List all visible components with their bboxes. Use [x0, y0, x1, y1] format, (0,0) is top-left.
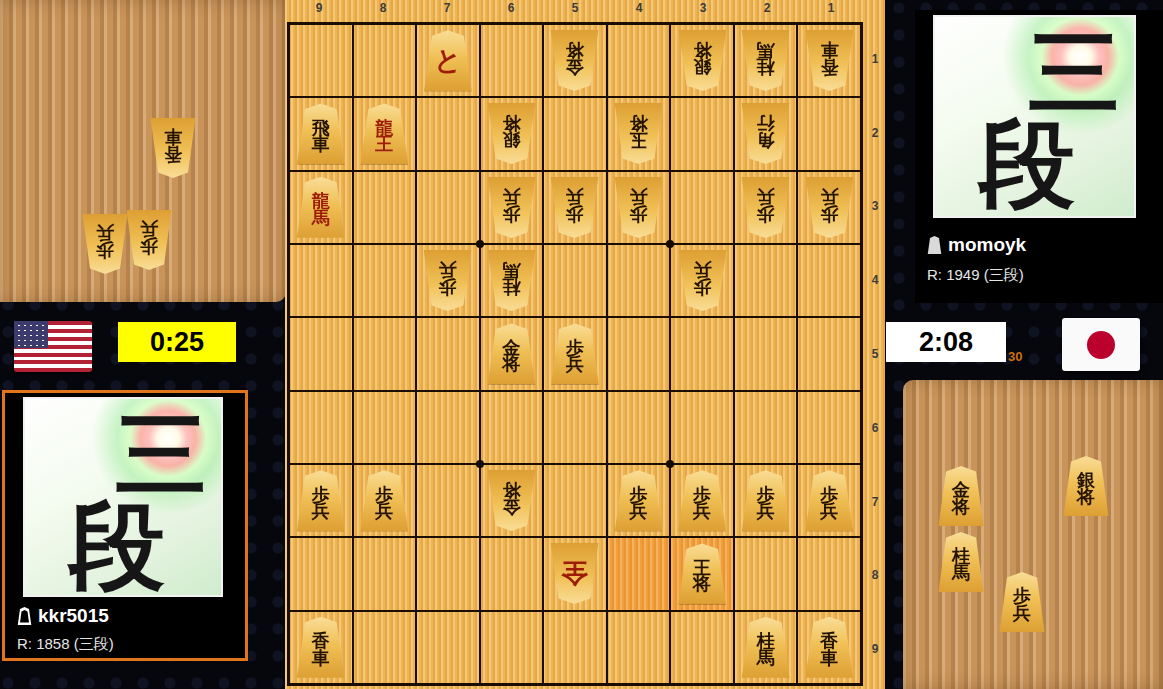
- shogi-piece-歩兵-sente[interactable]: 歩兵: [803, 470, 856, 531]
- piece-kanji: 歩兵: [757, 188, 775, 226]
- piece-kanji: 歩兵: [312, 482, 330, 520]
- flag-us-icon: [14, 321, 92, 372]
- file-label-7: 7: [415, 1, 479, 20]
- shogi-piece-歩兵-gote[interactable]: 歩兵: [124, 210, 174, 270]
- shogi-piece-銀将-gote[interactable]: 銀将: [485, 103, 538, 164]
- board-square-15[interactable]: [797, 317, 861, 390]
- byoyomi-seconds: 30: [1008, 349, 1022, 364]
- board-square-45[interactable]: [607, 317, 671, 390]
- shogi-piece-と-sente[interactable]: と: [421, 30, 474, 91]
- file-labels: 987654321: [287, 1, 863, 20]
- board-square-61[interactable]: [480, 24, 544, 97]
- rank-label-9: 9: [866, 612, 884, 686]
- shogi-board: 987654321 123456789 と金将銀将桂馬香車飛車龍王銀将玉将角行龍…: [285, 0, 885, 689]
- shogi-piece-桂馬-gote[interactable]: 桂馬: [485, 250, 538, 311]
- piece-kanji: 桂馬: [502, 262, 520, 300]
- board-square-18[interactable]: [797, 537, 861, 610]
- board-square-44[interactable]: [607, 244, 671, 317]
- board-square-98[interactable]: [289, 537, 353, 610]
- file-label-6: 6: [479, 1, 543, 20]
- piece-kanji: 歩兵: [693, 262, 711, 300]
- piece-kanji: 銀将: [693, 42, 711, 80]
- piece-kanji: 全: [561, 561, 588, 588]
- shogi-piece-icon: [17, 607, 32, 625]
- board-square-59[interactable]: [543, 611, 607, 684]
- piece-kanji: 歩兵: [140, 221, 158, 259]
- shogi-piece-金将-gote[interactable]: 金将: [485, 470, 538, 531]
- shogi-piece-王将-sente[interactable]: 王将: [676, 543, 729, 604]
- shogi-piece-歩兵-gote[interactable]: 歩兵: [421, 250, 474, 311]
- piece-kanji: 歩兵: [630, 482, 648, 520]
- board-square-16[interactable]: [797, 391, 861, 464]
- board-square-29[interactable]: 桂馬: [734, 611, 798, 684]
- board-square-51[interactable]: 金将: [543, 24, 607, 97]
- avatar-rank-kanji: 段: [979, 101, 1075, 231]
- board-square-52[interactable]: [543, 97, 607, 170]
- shogi-piece-桂馬-gote[interactable]: 桂馬: [739, 30, 792, 91]
- piece-kanji: 角行: [757, 115, 775, 153]
- piece-kanji: 銀将: [502, 115, 520, 153]
- file-label-4: 4: [607, 1, 671, 20]
- file-label-5: 5: [543, 1, 607, 20]
- shogi-piece-歩兵-gote[interactable]: 歩兵: [676, 250, 729, 311]
- shogi-piece-icon: [927, 236, 942, 254]
- piece-kanji: 桂馬: [952, 543, 970, 581]
- file-label-3: 3: [671, 1, 735, 20]
- board-square-82[interactable]: 龍王: [353, 97, 417, 170]
- shogi-piece-桂馬-sente[interactable]: 桂馬: [739, 617, 792, 678]
- board-square-48[interactable]: [607, 537, 671, 610]
- board-square-63[interactable]: 歩兵: [480, 171, 544, 244]
- rank-label-1: 1: [866, 22, 884, 96]
- shogi-piece-桂馬-sente[interactable]: 桂馬: [936, 532, 986, 592]
- board-square-33[interactable]: [670, 171, 734, 244]
- board-square-74[interactable]: 歩兵: [416, 244, 480, 317]
- board-grid: と金将銀将桂馬香車飛車龍王銀将玉将角行龍馬歩兵歩兵歩兵歩兵歩兵歩兵桂馬歩兵金将歩…: [287, 22, 863, 686]
- shogi-piece-香車-sente[interactable]: 香車: [803, 617, 856, 678]
- player-panel-sente: 三 段 kkr5015 R: 1858 (三段): [2, 390, 248, 661]
- shogi-piece-角行-gote[interactable]: 角行: [739, 103, 792, 164]
- shogi-piece-歩兵-sente[interactable]: 歩兵: [358, 470, 411, 531]
- shogi-piece-歩兵-gote[interactable]: 歩兵: [80, 214, 130, 274]
- piece-kanji: 歩兵: [1013, 583, 1031, 621]
- piece-kanji: 歩兵: [502, 188, 520, 226]
- piece-kanji: 龍王: [375, 115, 393, 153]
- shogi-piece-香車-gote[interactable]: 香車: [148, 118, 198, 178]
- board-square-41[interactable]: [607, 24, 671, 97]
- file-label-9: 9: [287, 1, 351, 20]
- board-square-42[interactable]: 玉将: [607, 97, 671, 170]
- piece-kanji: 銀将: [1077, 467, 1095, 505]
- board-square-53[interactable]: 歩兵: [543, 171, 607, 244]
- shogi-piece-香車-gote[interactable]: 香車: [803, 30, 856, 91]
- board-square-57[interactable]: [543, 464, 607, 537]
- avatar-rank-kanji: 段: [69, 483, 165, 613]
- board-square-37[interactable]: 歩兵: [670, 464, 734, 537]
- board-square-39[interactable]: [670, 611, 734, 684]
- shogi-piece-歩兵-sente[interactable]: 歩兵: [676, 470, 729, 531]
- piece-kanji: 玉将: [630, 115, 648, 153]
- board-square-36[interactable]: [670, 391, 734, 464]
- file-label-1: 1: [799, 1, 863, 20]
- board-square-13[interactable]: 歩兵: [797, 171, 861, 244]
- board-square-81[interactable]: [353, 24, 417, 97]
- board-square-25[interactable]: [734, 317, 798, 390]
- shogi-piece-歩兵-gote[interactable]: 歩兵: [803, 177, 856, 238]
- board-square-12[interactable]: [797, 97, 861, 170]
- piece-kanji: 香車: [820, 42, 838, 80]
- board-square-72[interactable]: [416, 97, 480, 170]
- board-square-11[interactable]: 香車: [797, 24, 861, 97]
- shogi-piece-歩兵-sente[interactable]: 歩兵: [997, 572, 1047, 632]
- board-square-97[interactable]: 歩兵: [289, 464, 353, 537]
- board-square-75[interactable]: [416, 317, 480, 390]
- shogi-piece-全-gote[interactable]: 全: [548, 543, 601, 604]
- shogi-piece-金将-sente[interactable]: 金将: [485, 323, 538, 384]
- avatar-sente: 三 段: [23, 397, 223, 597]
- player-name-sente: kkr5015: [38, 605, 109, 627]
- board-square-27[interactable]: 歩兵: [734, 464, 798, 537]
- board-square-93[interactable]: 龍馬: [289, 171, 353, 244]
- board-square-24[interactable]: [734, 244, 798, 317]
- piece-kanji: と: [434, 47, 462, 74]
- shogi-piece-歩兵-sente[interactable]: 歩兵: [739, 470, 792, 531]
- piece-kanji: 歩兵: [693, 482, 711, 520]
- board-square-86[interactable]: [353, 391, 417, 464]
- board-square-58[interactable]: 全: [543, 537, 607, 610]
- shogi-piece-龍馬-sente[interactable]: 龍馬: [294, 177, 347, 238]
- board-square-21[interactable]: 桂馬: [734, 24, 798, 97]
- player-panel-gote: 三 段 momoyk R: 1949 (三段): [915, 10, 1163, 303]
- shogi-piece-歩兵-gote[interactable]: 歩兵: [612, 177, 665, 238]
- board-square-56[interactable]: [543, 391, 607, 464]
- board-square-94[interactable]: [289, 244, 353, 317]
- board-square-96[interactable]: [289, 391, 353, 464]
- board-square-46[interactable]: [607, 391, 671, 464]
- board-square-71[interactable]: と: [416, 24, 480, 97]
- clock-gote: 2:08: [886, 322, 1006, 362]
- player-rating-gote: R: 1949 (三段): [927, 266, 1024, 285]
- piece-kanji: 歩兵: [820, 188, 838, 226]
- rank-label-7: 7: [866, 465, 884, 539]
- board-square-22[interactable]: 角行: [734, 97, 798, 170]
- hoshi-dot: [476, 240, 484, 248]
- board-square-77[interactable]: [416, 464, 480, 537]
- board-square-67[interactable]: 金将: [480, 464, 544, 537]
- board-square-92[interactable]: 飛車: [289, 97, 353, 170]
- board-square-54[interactable]: [543, 244, 607, 317]
- clock-sente: 0:25: [118, 322, 236, 362]
- piece-kanji: 桂馬: [757, 628, 775, 666]
- board-square-84[interactable]: [353, 244, 417, 317]
- shogi-piece-銀将-gote[interactable]: 銀将: [676, 30, 729, 91]
- piece-kanji: 桂馬: [757, 42, 775, 80]
- board-square-23[interactable]: 歩兵: [734, 171, 798, 244]
- board-square-32[interactable]: [670, 97, 734, 170]
- shogi-piece-歩兵-gote[interactable]: 歩兵: [739, 177, 792, 238]
- piece-kanji: 歩兵: [375, 482, 393, 520]
- board-square-47[interactable]: 歩兵: [607, 464, 671, 537]
- piece-kanji: 龍馬: [312, 188, 330, 226]
- board-square-28[interactable]: [734, 537, 798, 610]
- piece-kanji: 歩兵: [757, 482, 775, 520]
- board-square-89[interactable]: [353, 611, 417, 684]
- board-square-76[interactable]: [416, 391, 480, 464]
- board-square-87[interactable]: 歩兵: [353, 464, 417, 537]
- shogi-piece-歩兵-sente[interactable]: 歩兵: [548, 323, 601, 384]
- piece-kanji: 金将: [566, 42, 584, 80]
- board-square-66[interactable]: [480, 391, 544, 464]
- piece-kanji: 飛車: [312, 115, 330, 153]
- rank-label-8: 8: [866, 538, 884, 612]
- piece-kanji: 歩兵: [566, 335, 584, 373]
- board-square-99[interactable]: 香車: [289, 611, 353, 684]
- avatar-gote: 三 段: [933, 15, 1136, 218]
- rank-label-5: 5: [866, 317, 884, 391]
- board-square-35[interactable]: [670, 317, 734, 390]
- shogi-piece-歩兵-gote[interactable]: 歩兵: [548, 177, 601, 238]
- shogi-piece-歩兵-sente[interactable]: 歩兵: [612, 470, 665, 531]
- board-square-83[interactable]: [353, 171, 417, 244]
- piece-kanji: 香車: [164, 129, 182, 167]
- board-square-14[interactable]: [797, 244, 861, 317]
- shogi-piece-金将-gote[interactable]: 金将: [548, 30, 601, 91]
- board-square-65[interactable]: 金将: [480, 317, 544, 390]
- piece-kanji: 歩兵: [820, 482, 838, 520]
- board-square-73[interactable]: [416, 171, 480, 244]
- board-square-62[interactable]: 銀将: [480, 97, 544, 170]
- board-square-79[interactable]: [416, 611, 480, 684]
- piece-kanji: 金将: [952, 477, 970, 515]
- rank-label-4: 4: [866, 243, 884, 317]
- shogi-piece-香車-sente[interactable]: 香車: [294, 617, 347, 678]
- piece-kanji: 香車: [820, 628, 838, 666]
- hoshi-dot: [476, 460, 484, 468]
- shogi-piece-金将-sente[interactable]: 金将: [936, 466, 986, 526]
- board-square-69[interactable]: [480, 611, 544, 684]
- board-square-17[interactable]: 歩兵: [797, 464, 861, 537]
- file-label-2: 2: [735, 1, 799, 20]
- board-square-43[interactable]: 歩兵: [607, 171, 671, 244]
- board-square-55[interactable]: 歩兵: [543, 317, 607, 390]
- shogi-piece-銀将-sente[interactable]: 銀将: [1061, 456, 1111, 516]
- piece-kanji: 歩兵: [439, 262, 457, 300]
- rank-labels: 123456789: [866, 22, 884, 686]
- board-square-49[interactable]: [607, 611, 671, 684]
- player-name-row-gote: momoyk: [927, 234, 1026, 256]
- gote-hand-tray: 香車歩兵歩兵: [0, 0, 286, 302]
- board-square-19[interactable]: 香車: [797, 611, 861, 684]
- piece-kanji: 歩兵: [630, 188, 648, 226]
- piece-kanji: 金将: [502, 335, 520, 373]
- rank-label-2: 2: [866, 96, 884, 170]
- app-background: 香車歩兵歩兵 金将銀将桂馬歩兵 987654321 123456789 と金将銀…: [0, 0, 1163, 689]
- file-label-8: 8: [351, 1, 415, 20]
- rank-label-6: 6: [866, 391, 884, 465]
- board-square-34[interactable]: 歩兵: [670, 244, 734, 317]
- board-square-31[interactable]: 銀将: [670, 24, 734, 97]
- board-square-95[interactable]: [289, 317, 353, 390]
- player-name-row-sente: kkr5015: [17, 605, 109, 627]
- piece-kanji: 金将: [502, 482, 520, 520]
- piece-kanji: 歩兵: [566, 188, 584, 226]
- rank-label-3: 3: [866, 170, 884, 244]
- board-square-64[interactable]: 桂馬: [480, 244, 544, 317]
- piece-kanji: 王将: [693, 555, 711, 593]
- piece-kanji: 歩兵: [96, 225, 114, 263]
- board-square-38[interactable]: 王将: [670, 537, 734, 610]
- board-square-68[interactable]: [480, 537, 544, 610]
- flag-japan-icon: [1062, 318, 1140, 371]
- board-square-91[interactable]: [289, 24, 353, 97]
- shogi-piece-龍王-sente[interactable]: 龍王: [358, 103, 411, 164]
- piece-kanji: 香車: [312, 628, 330, 666]
- shogi-piece-飛車-sente[interactable]: 飛車: [294, 103, 347, 164]
- shogi-piece-歩兵-gote[interactable]: 歩兵: [485, 177, 538, 238]
- player-name-gote: momoyk: [948, 234, 1026, 256]
- shogi-piece-歩兵-sente[interactable]: 歩兵: [294, 470, 347, 531]
- board-square-26[interactable]: [734, 391, 798, 464]
- shogi-piece-玉将-gote[interactable]: 玉将: [612, 103, 665, 164]
- board-square-88[interactable]: [353, 537, 417, 610]
- board-square-85[interactable]: [353, 317, 417, 390]
- player-rating-sente: R: 1858 (三段): [17, 635, 114, 654]
- sente-hand-tray: 金将銀将桂馬歩兵: [903, 380, 1163, 689]
- board-square-78[interactable]: [416, 537, 480, 610]
